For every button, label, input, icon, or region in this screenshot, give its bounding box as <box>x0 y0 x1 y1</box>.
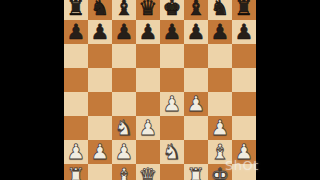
square-b5 <box>88 68 112 92</box>
black-king: ♚ <box>163 0 182 20</box>
white-rook: ♜ <box>187 165 206 180</box>
square-d4 <box>136 92 160 116</box>
square-h5 <box>232 68 256 92</box>
square-e2: ♞ <box>160 140 184 164</box>
letterbox-right <box>256 0 320 180</box>
square-f5 <box>184 68 208 92</box>
square-d2 <box>136 140 160 164</box>
square-g6 <box>208 44 232 68</box>
white-pawn: ♟ <box>115 141 134 164</box>
square-g3: ♟ <box>208 116 232 140</box>
black-bishop: ♝ <box>115 0 134 20</box>
square-c6 <box>112 44 136 68</box>
white-pawn: ♟ <box>139 117 158 140</box>
square-d5 <box>136 68 160 92</box>
square-f3 <box>184 116 208 140</box>
square-h1 <box>232 164 256 180</box>
black-pawn: ♟ <box>211 21 230 44</box>
square-f4: ♟ <box>184 92 208 116</box>
square-e6 <box>160 44 184 68</box>
white-bishop: ♝ <box>115 165 134 180</box>
white-pawn: ♟ <box>187 93 206 116</box>
square-a5 <box>64 68 88 92</box>
square-f2 <box>184 140 208 164</box>
square-e5 <box>160 68 184 92</box>
square-d8: ♛ <box>136 0 160 20</box>
square-c1: ♝ <box>112 164 136 180</box>
black-pawn: ♟ <box>163 21 182 44</box>
square-a6 <box>64 44 88 68</box>
square-b1 <box>88 164 112 180</box>
square-a4 <box>64 92 88 116</box>
black-pawn: ♟ <box>187 21 206 44</box>
square-e1 <box>160 164 184 180</box>
white-pawn: ♟ <box>91 141 110 164</box>
black-queen: ♛ <box>139 0 158 20</box>
square-b8: ♞ <box>88 0 112 20</box>
square-f8: ♝ <box>184 0 208 20</box>
square-d6 <box>136 44 160 68</box>
white-pawn: ♟ <box>163 93 182 116</box>
square-g2: ♝ <box>208 140 232 164</box>
square-h8: ♜ <box>232 0 256 20</box>
square-g1: ♚ <box>208 164 232 180</box>
square-e4: ♟ <box>160 92 184 116</box>
black-pawn: ♟ <box>139 21 158 44</box>
square-h6 <box>232 44 256 68</box>
white-rook: ♜ <box>67 165 86 180</box>
square-f7: ♟ <box>184 20 208 44</box>
black-bishop: ♝ <box>187 0 206 20</box>
black-rook: ♜ <box>67 0 86 20</box>
square-g8: ♞ <box>208 0 232 20</box>
white-pawn: ♟ <box>67 141 86 164</box>
black-pawn: ♟ <box>67 21 86 44</box>
black-rook: ♜ <box>235 0 254 20</box>
square-h4 <box>232 92 256 116</box>
square-d7: ♟ <box>136 20 160 44</box>
square-d1: ♛ <box>136 164 160 180</box>
square-c7: ♟ <box>112 20 136 44</box>
square-c8: ♝ <box>112 0 136 20</box>
square-b2: ♟ <box>88 140 112 164</box>
chess-video-frame: ♜♞♝♛♚♝♞♜♟♟♟♟♟♟♟♟♟♟♞♟♟♟♟♟♞♝♟♜♝♛♜♚ <box>64 0 256 180</box>
square-e8: ♚ <box>160 0 184 20</box>
square-a8: ♜ <box>64 0 88 20</box>
square-c4 <box>112 92 136 116</box>
black-pawn: ♟ <box>115 21 134 44</box>
square-a7: ♟ <box>64 20 88 44</box>
square-a2: ♟ <box>64 140 88 164</box>
white-knight: ♞ <box>115 117 134 140</box>
white-pawn: ♟ <box>211 117 230 140</box>
black-knight: ♞ <box>91 0 110 20</box>
square-b6 <box>88 44 112 68</box>
square-d3: ♟ <box>136 116 160 140</box>
white-king: ♚ <box>211 165 230 180</box>
white-knight: ♞ <box>163 141 182 164</box>
square-g7: ♟ <box>208 20 232 44</box>
square-a1: ♜ <box>64 164 88 180</box>
square-g4 <box>208 92 232 116</box>
square-f6 <box>184 44 208 68</box>
square-b4 <box>88 92 112 116</box>
black-pawn: ♟ <box>91 21 110 44</box>
white-queen: ♛ <box>139 165 158 180</box>
black-knight: ♞ <box>211 0 230 20</box>
square-g5 <box>208 68 232 92</box>
square-a3 <box>64 116 88 140</box>
square-c5 <box>112 68 136 92</box>
square-b7: ♟ <box>88 20 112 44</box>
square-h3 <box>232 116 256 140</box>
square-c3: ♞ <box>112 116 136 140</box>
square-e3 <box>160 116 184 140</box>
square-f1: ♜ <box>184 164 208 180</box>
square-h2: ♟ <box>232 140 256 164</box>
square-b3 <box>88 116 112 140</box>
chess-board: ♜♞♝♛♚♝♞♜♟♟♟♟♟♟♟♟♟♟♞♟♟♟♟♟♞♝♟♜♝♛♜♚ <box>64 0 256 180</box>
square-e7: ♟ <box>160 20 184 44</box>
white-bishop: ♝ <box>211 141 230 164</box>
square-h7: ♟ <box>232 20 256 44</box>
square-c2: ♟ <box>112 140 136 164</box>
letterbox-left <box>0 0 64 180</box>
black-pawn: ♟ <box>235 21 254 44</box>
white-pawn: ♟ <box>235 141 254 164</box>
